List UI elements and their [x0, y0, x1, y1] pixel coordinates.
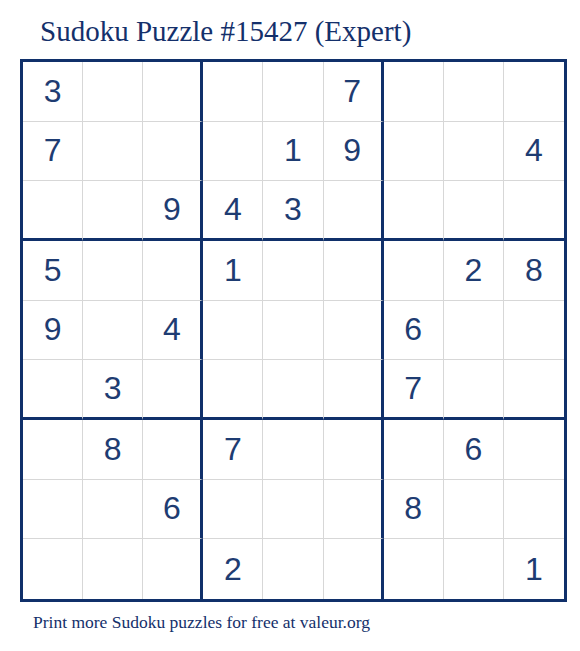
- sudoku-cell-r3c6: [324, 181, 384, 241]
- sudoku-cell-r1c7: [384, 62, 444, 122]
- sudoku-cell-r2c1: 7: [23, 122, 83, 182]
- sudoku-cell-r3c7: [384, 181, 444, 241]
- sudoku-cell-r7c4: 7: [203, 420, 263, 480]
- footer-text: Print more Sudoku puzzles for free at va…: [33, 612, 370, 633]
- sudoku-cell-r2c2: [83, 122, 143, 182]
- sudoku-cell-r7c7: [384, 420, 444, 480]
- sudoku-cell-r8c1: [23, 480, 83, 540]
- sudoku-cell-r3c4: 4: [203, 181, 263, 241]
- sudoku-cell-r6c8: [444, 360, 504, 420]
- sudoku-cell-r5c2: [83, 301, 143, 361]
- sudoku-cell-r5c4: [203, 301, 263, 361]
- sudoku-cell-r9c3: [143, 539, 203, 599]
- sudoku-cell-r1c4: [203, 62, 263, 122]
- sudoku-cell-r7c1: [23, 420, 83, 480]
- sudoku-cell-r1c5: [263, 62, 323, 122]
- sudoku-cell-r6c5: [263, 360, 323, 420]
- sudoku-cell-r7c3: [143, 420, 203, 480]
- sudoku-cell-r4c1: 5: [23, 241, 83, 301]
- sudoku-cell-r6c7: 7: [384, 360, 444, 420]
- sudoku-cell-r6c2: 3: [83, 360, 143, 420]
- sudoku-cell-r5c7: 6: [384, 301, 444, 361]
- sudoku-cell-r4c8: 2: [444, 241, 504, 301]
- sudoku-cell-r4c3: [143, 241, 203, 301]
- sudoku-grid: 3771949435128946378766821: [20, 59, 567, 602]
- sudoku-cell-r7c9: [504, 420, 564, 480]
- sudoku-cell-r8c8: [444, 480, 504, 540]
- sudoku-cell-r9c1: [23, 539, 83, 599]
- sudoku-cell-r6c1: [23, 360, 83, 420]
- sudoku-cell-r9c6: [324, 539, 384, 599]
- sudoku-cell-r3c5: 3: [263, 181, 323, 241]
- sudoku-cell-r7c6: [324, 420, 384, 480]
- sudoku-cell-r5c3: 4: [143, 301, 203, 361]
- sudoku-cell-r9c4: 2: [203, 539, 263, 599]
- sudoku-cell-r3c2: [83, 181, 143, 241]
- sudoku-cell-r3c8: [444, 181, 504, 241]
- sudoku-cell-r5c6: [324, 301, 384, 361]
- sudoku-cell-r4c2: [83, 241, 143, 301]
- page-title: Sudoku Puzzle #15427 (Expert): [40, 16, 411, 48]
- sudoku-cell-r5c1: 9: [23, 301, 83, 361]
- sudoku-cell-r4c4: 1: [203, 241, 263, 301]
- sudoku-cell-r4c5: [263, 241, 323, 301]
- sudoku-cell-r2c9: 4: [504, 122, 564, 182]
- sudoku-cell-r6c9: [504, 360, 564, 420]
- sudoku-cell-r6c6: [324, 360, 384, 420]
- sudoku-cell-r9c5: [263, 539, 323, 599]
- sudoku-cell-r7c2: 8: [83, 420, 143, 480]
- sudoku-cell-r7c8: 6: [444, 420, 504, 480]
- sudoku-cell-r8c3: 6: [143, 480, 203, 540]
- sudoku-cell-r2c7: [384, 122, 444, 182]
- sudoku-cell-r2c6: 9: [324, 122, 384, 182]
- sudoku-cell-r3c9: [504, 181, 564, 241]
- sudoku-cell-r1c6: 7: [324, 62, 384, 122]
- sudoku-cell-r5c9: [504, 301, 564, 361]
- sudoku-cell-r1c9: [504, 62, 564, 122]
- sudoku-cell-r1c2: [83, 62, 143, 122]
- sudoku-cell-r8c2: [83, 480, 143, 540]
- sudoku-cell-r8c6: [324, 480, 384, 540]
- sudoku-cell-r6c3: [143, 360, 203, 420]
- sudoku-cell-r9c8: [444, 539, 504, 599]
- sudoku-cell-r4c9: 8: [504, 241, 564, 301]
- sudoku-cell-r5c8: [444, 301, 504, 361]
- sudoku-cell-r7c5: [263, 420, 323, 480]
- sudoku-cell-r4c6: [324, 241, 384, 301]
- sudoku-cell-r2c5: 1: [263, 122, 323, 182]
- sudoku-cell-r8c7: 8: [384, 480, 444, 540]
- sudoku-cell-r3c3: 9: [143, 181, 203, 241]
- sudoku-cell-r8c9: [504, 480, 564, 540]
- sudoku-cell-r2c4: [203, 122, 263, 182]
- sudoku-cell-r8c5: [263, 480, 323, 540]
- sudoku-cell-r1c3: [143, 62, 203, 122]
- sudoku-cell-r6c4: [203, 360, 263, 420]
- sudoku-cell-r8c4: [203, 480, 263, 540]
- sudoku-cell-r1c1: 3: [23, 62, 83, 122]
- sudoku-cell-r5c5: [263, 301, 323, 361]
- sudoku-cell-r9c7: [384, 539, 444, 599]
- sudoku-cell-r9c2: [83, 539, 143, 599]
- sudoku-cell-r2c8: [444, 122, 504, 182]
- sudoku-cell-r1c8: [444, 62, 504, 122]
- sudoku-cell-r3c1: [23, 181, 83, 241]
- sudoku-cell-r4c7: [384, 241, 444, 301]
- sudoku-cell-r9c9: 1: [504, 539, 564, 599]
- sudoku-cell-r2c3: [143, 122, 203, 182]
